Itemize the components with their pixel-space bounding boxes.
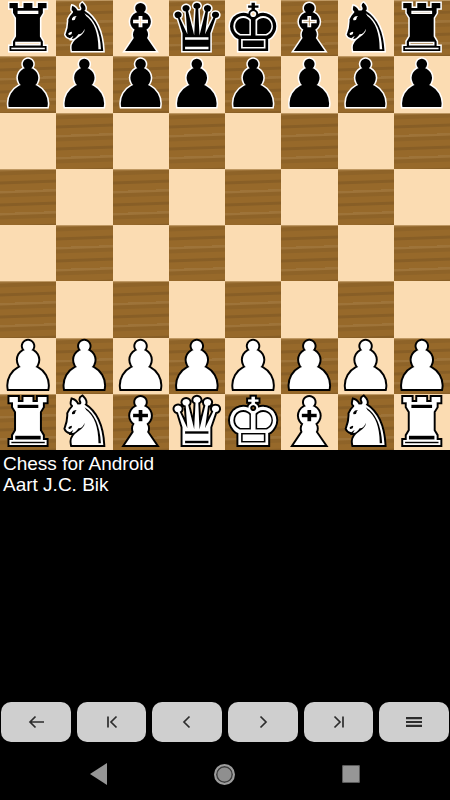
square-a4[interactable] xyxy=(0,225,56,281)
piece-glyph: ♟ xyxy=(281,57,337,113)
square-g5[interactable] xyxy=(338,169,394,225)
chess-board: ♜♜♞♞♝♝♛♛♚♚♝♝♞♞♜♜♟♟♟♟♟♟♟♟♟♟♟♟♟♟♟♟♟♟♟♟♟♟♟♟… xyxy=(0,0,450,450)
square-b1[interactable]: ♞♞ xyxy=(56,394,112,450)
square-e6[interactable] xyxy=(225,113,281,169)
square-g1[interactable]: ♞♞ xyxy=(338,394,394,450)
back-triangle-icon[interactable] xyxy=(90,763,107,785)
android-nav-bar xyxy=(0,752,450,796)
app-info: Chess for Android Aart J.C. Bik xyxy=(0,450,450,495)
square-b6[interactable] xyxy=(56,113,112,169)
square-c5[interactable] xyxy=(113,169,169,225)
square-d4[interactable] xyxy=(169,225,225,281)
square-c4[interactable] xyxy=(113,225,169,281)
piece-glyph: ♝ xyxy=(113,395,169,451)
square-g4[interactable] xyxy=(338,225,394,281)
square-c7[interactable]: ♟♟ xyxy=(113,56,169,112)
back-button[interactable] xyxy=(1,702,71,742)
square-f1[interactable]: ♝♝ xyxy=(281,394,337,450)
piece-glyph: ♟ xyxy=(394,57,450,113)
piece-glyph: ♟ xyxy=(113,57,169,113)
white-rook: ♜♜ xyxy=(394,394,450,450)
white-bishop: ♝♝ xyxy=(281,394,337,450)
square-e7[interactable]: ♟♟ xyxy=(225,56,281,112)
piece-glyph: ♟ xyxy=(0,57,56,113)
square-h5[interactable] xyxy=(394,169,450,225)
move-toolbar xyxy=(0,702,450,742)
square-e4[interactable] xyxy=(225,225,281,281)
black-pawn: ♟♟ xyxy=(0,56,56,112)
square-f4[interactable] xyxy=(281,225,337,281)
square-a7[interactable]: ♟♟ xyxy=(0,56,56,112)
go-last-move-button[interactable] xyxy=(304,702,374,742)
app-author: Aart J.C. Bik xyxy=(3,474,450,495)
piece-glyph: ♝ xyxy=(281,395,337,451)
square-c6[interactable] xyxy=(113,113,169,169)
square-c1[interactable]: ♝♝ xyxy=(113,394,169,450)
white-queen: ♛♛ xyxy=(169,394,225,450)
black-pawn: ♟♟ xyxy=(113,56,169,112)
square-a1[interactable]: ♜♜ xyxy=(0,394,56,450)
go-first-move-button[interactable] xyxy=(77,702,147,742)
square-f7[interactable]: ♟♟ xyxy=(281,56,337,112)
piece-glyph: ♚ xyxy=(225,395,281,451)
skip-to-start-icon xyxy=(102,712,122,732)
square-d5[interactable] xyxy=(169,169,225,225)
chevron-left-icon xyxy=(177,712,197,732)
black-pawn: ♟♟ xyxy=(338,56,394,112)
skip-to-end-icon xyxy=(329,712,349,732)
square-f5[interactable] xyxy=(281,169,337,225)
square-d6[interactable] xyxy=(169,113,225,169)
square-h4[interactable] xyxy=(394,225,450,281)
home-circle-icon[interactable] xyxy=(214,764,235,785)
app-title: Chess for Android xyxy=(3,453,450,474)
square-h7[interactable]: ♟♟ xyxy=(394,56,450,112)
prev-move-button[interactable] xyxy=(152,702,222,742)
square-a5[interactable] xyxy=(0,169,56,225)
white-knight: ♞♞ xyxy=(56,394,112,450)
square-g7[interactable]: ♟♟ xyxy=(338,56,394,112)
white-bishop: ♝♝ xyxy=(113,394,169,450)
square-b5[interactable] xyxy=(56,169,112,225)
piece-glyph: ♟ xyxy=(56,57,112,113)
square-d7[interactable]: ♟♟ xyxy=(169,56,225,112)
black-pawn: ♟♟ xyxy=(56,56,112,112)
black-pawn: ♟♟ xyxy=(225,56,281,112)
piece-glyph: ♟ xyxy=(225,57,281,113)
square-e5[interactable] xyxy=(225,169,281,225)
menu-button[interactable] xyxy=(379,702,449,742)
square-d1[interactable]: ♛♛ xyxy=(169,394,225,450)
white-king: ♚♚ xyxy=(225,394,281,450)
piece-glyph: ♞ xyxy=(338,395,394,451)
chevron-right-icon xyxy=(253,712,273,732)
square-h1[interactable]: ♜♜ xyxy=(394,394,450,450)
arrow-left-icon xyxy=(25,712,47,732)
piece-glyph: ♜ xyxy=(0,395,56,451)
piece-glyph: ♜ xyxy=(394,395,450,451)
piece-glyph: ♛ xyxy=(169,395,225,451)
square-a6[interactable] xyxy=(0,113,56,169)
white-rook: ♜♜ xyxy=(0,394,56,450)
piece-glyph: ♟ xyxy=(338,57,394,113)
black-pawn: ♟♟ xyxy=(394,56,450,112)
black-pawn: ♟♟ xyxy=(169,56,225,112)
square-f6[interactable] xyxy=(281,113,337,169)
square-g6[interactable] xyxy=(338,113,394,169)
recents-square-icon[interactable] xyxy=(342,765,360,783)
next-move-button[interactable] xyxy=(228,702,298,742)
black-pawn: ♟♟ xyxy=(281,56,337,112)
square-b4[interactable] xyxy=(56,225,112,281)
white-knight: ♞♞ xyxy=(338,394,394,450)
piece-glyph: ♞ xyxy=(56,395,112,451)
square-h6[interactable] xyxy=(394,113,450,169)
square-e1[interactable]: ♚♚ xyxy=(225,394,281,450)
piece-glyph: ♟ xyxy=(169,57,225,113)
square-b7[interactable]: ♟♟ xyxy=(56,56,112,112)
hamburger-menu-icon xyxy=(403,712,425,732)
